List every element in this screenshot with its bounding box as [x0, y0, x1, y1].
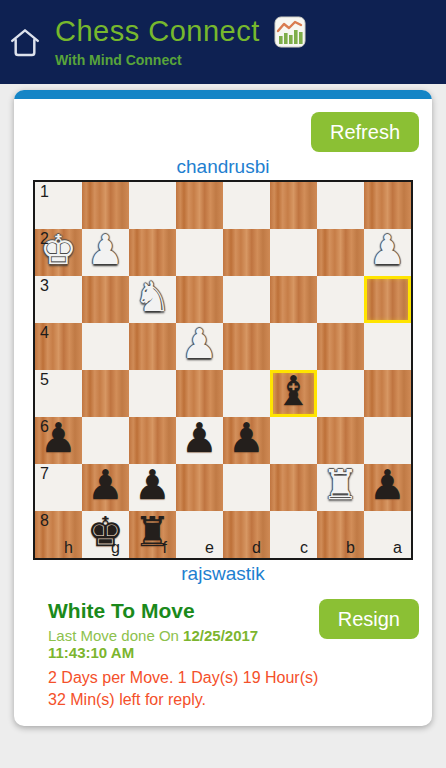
black-pawn-a7: ♟: [369, 465, 406, 506]
app-header: Chess Connect With Mind Connect: [0, 0, 446, 84]
file-label-e: e: [205, 539, 214, 557]
white-knight-f3: ♞: [134, 277, 171, 318]
square-c3[interactable]: [270, 276, 317, 323]
file-label-d: d: [252, 539, 261, 557]
app-subtitle: With Mind Connect: [55, 52, 306, 68]
white-pawn-g2: ♟: [87, 230, 124, 271]
square-d6[interactable]: ♟: [223, 417, 270, 464]
file-label-f: f: [163, 539, 167, 557]
square-d7[interactable]: [223, 464, 270, 511]
square-a6[interactable]: [364, 417, 411, 464]
square-g5[interactable]: [82, 370, 129, 417]
file-label-h: h: [64, 539, 73, 557]
square-a5[interactable]: [364, 370, 411, 417]
square-e3[interactable]: [176, 276, 223, 323]
square-h7[interactable]: 7: [35, 464, 82, 511]
square-e2[interactable]: [176, 229, 223, 276]
square-b7[interactable]: ♜: [317, 464, 364, 511]
square-b3[interactable]: [317, 276, 364, 323]
square-b4[interactable]: [317, 323, 364, 370]
square-h4[interactable]: 4: [35, 323, 82, 370]
square-a4[interactable]: [364, 323, 411, 370]
square-e6[interactable]: ♟: [176, 417, 223, 464]
home-icon[interactable]: [7, 26, 43, 58]
opponent-name: chandrusbi: [14, 156, 432, 178]
square-g3[interactable]: [82, 276, 129, 323]
card-accent-bar: [14, 90, 432, 99]
square-e5[interactable]: [176, 370, 223, 417]
refresh-button[interactable]: Refresh: [311, 112, 419, 152]
rank-label-6: 6: [40, 418, 49, 436]
square-c1[interactable]: [270, 182, 317, 229]
square-g2[interactable]: ♟: [82, 229, 129, 276]
black-pawn-e6: ♟: [181, 418, 218, 459]
square-d1[interactable]: [223, 182, 270, 229]
black-pawn-g7: ♟: [87, 465, 124, 506]
square-c6[interactable]: [270, 417, 317, 464]
square-f8[interactable]: f♜: [129, 511, 176, 558]
square-d5[interactable]: [223, 370, 270, 417]
square-d4[interactable]: [223, 323, 270, 370]
square-d2[interactable]: [223, 229, 270, 276]
rank-label-7: 7: [40, 465, 49, 483]
rank-label-2: 2: [40, 230, 49, 248]
square-h5[interactable]: 5: [35, 370, 82, 417]
time-remaining-text: 2 Days per Move. 1 Day(s) 19 Hour(s) 32 …: [48, 667, 319, 712]
square-h2[interactable]: 2♚: [35, 229, 82, 276]
turn-indicator: White To Move: [48, 599, 319, 623]
square-e7[interactable]: [176, 464, 223, 511]
square-d3[interactable]: [223, 276, 270, 323]
white-pawn-a2: ♟: [369, 230, 406, 271]
square-b8[interactable]: b: [317, 511, 364, 558]
status-block: White To Move Last Move done On 12/25/20…: [48, 599, 319, 712]
square-b5[interactable]: [317, 370, 364, 417]
white-pawn-e4: ♟: [181, 324, 218, 365]
square-g8[interactable]: g♚: [82, 511, 129, 558]
app-title: Chess Connect: [55, 16, 260, 48]
file-label-b: b: [346, 539, 355, 557]
square-b2[interactable]: [317, 229, 364, 276]
resign-button[interactable]: Resign: [319, 599, 419, 639]
square-a2[interactable]: ♟: [364, 229, 411, 276]
square-e1[interactable]: [176, 182, 223, 229]
file-label-c: c: [300, 539, 308, 557]
square-f3[interactable]: ♞: [129, 276, 176, 323]
square-g7[interactable]: ♟: [82, 464, 129, 511]
square-h1[interactable]: 1: [35, 182, 82, 229]
square-c2[interactable]: [270, 229, 317, 276]
square-h6[interactable]: 6♟: [35, 417, 82, 464]
square-h8[interactable]: 8h: [35, 511, 82, 558]
black-pawn-d6: ♟: [228, 418, 265, 459]
file-label-a: a: [393, 539, 402, 557]
last-move-line: Last Move done On 12/25/2017 11:43:10 AM: [48, 627, 319, 661]
square-a1[interactable]: [364, 182, 411, 229]
square-e8[interactable]: e: [176, 511, 223, 558]
rank-label-5: 5: [40, 371, 49, 389]
last-move-label: Last Move done On: [48, 627, 183, 644]
square-a8[interactable]: a: [364, 511, 411, 558]
black-bishop-c5: ♝: [275, 371, 312, 412]
player-name: rajswastik: [14, 563, 432, 585]
square-c4[interactable]: [270, 323, 317, 370]
black-pawn-f7: ♟: [134, 465, 171, 506]
square-g4[interactable]: [82, 323, 129, 370]
square-g1[interactable]: [82, 182, 129, 229]
square-f7[interactable]: ♟: [129, 464, 176, 511]
file-label-g: g: [111, 539, 120, 557]
square-a3[interactable]: [364, 276, 411, 323]
square-g6[interactable]: [82, 417, 129, 464]
square-f4[interactable]: [129, 323, 176, 370]
square-f2[interactable]: [129, 229, 176, 276]
square-d8[interactable]: d: [223, 511, 270, 558]
square-c7[interactable]: [270, 464, 317, 511]
square-f5[interactable]: [129, 370, 176, 417]
square-f6[interactable]: [129, 417, 176, 464]
square-b1[interactable]: [317, 182, 364, 229]
square-h3[interactable]: 3: [35, 276, 82, 323]
square-c8[interactable]: c: [270, 511, 317, 558]
stats-chart-icon: [274, 16, 306, 48]
chess-board: 12♚♟♟3♞4♟5♝6♟♟♟7♟♟♜♟8hg♚f♜edcba: [33, 180, 413, 560]
white-rook-b7: ♜: [322, 465, 359, 506]
game-card: Refresh chandrusbi 12♚♟♟3♞4♟5♝6♟♟♟7♟♟♜♟8…: [14, 90, 432, 726]
square-c5[interactable]: ♝: [270, 370, 317, 417]
rank-label-1: 1: [40, 183, 49, 201]
rank-label-8: 8: [40, 512, 49, 530]
square-a7[interactable]: ♟: [364, 464, 411, 511]
rank-label-3: 3: [40, 277, 49, 295]
square-e4[interactable]: ♟: [176, 323, 223, 370]
square-b6[interactable]: [317, 417, 364, 464]
square-f1[interactable]: [129, 182, 176, 229]
rank-label-4: 4: [40, 324, 49, 342]
